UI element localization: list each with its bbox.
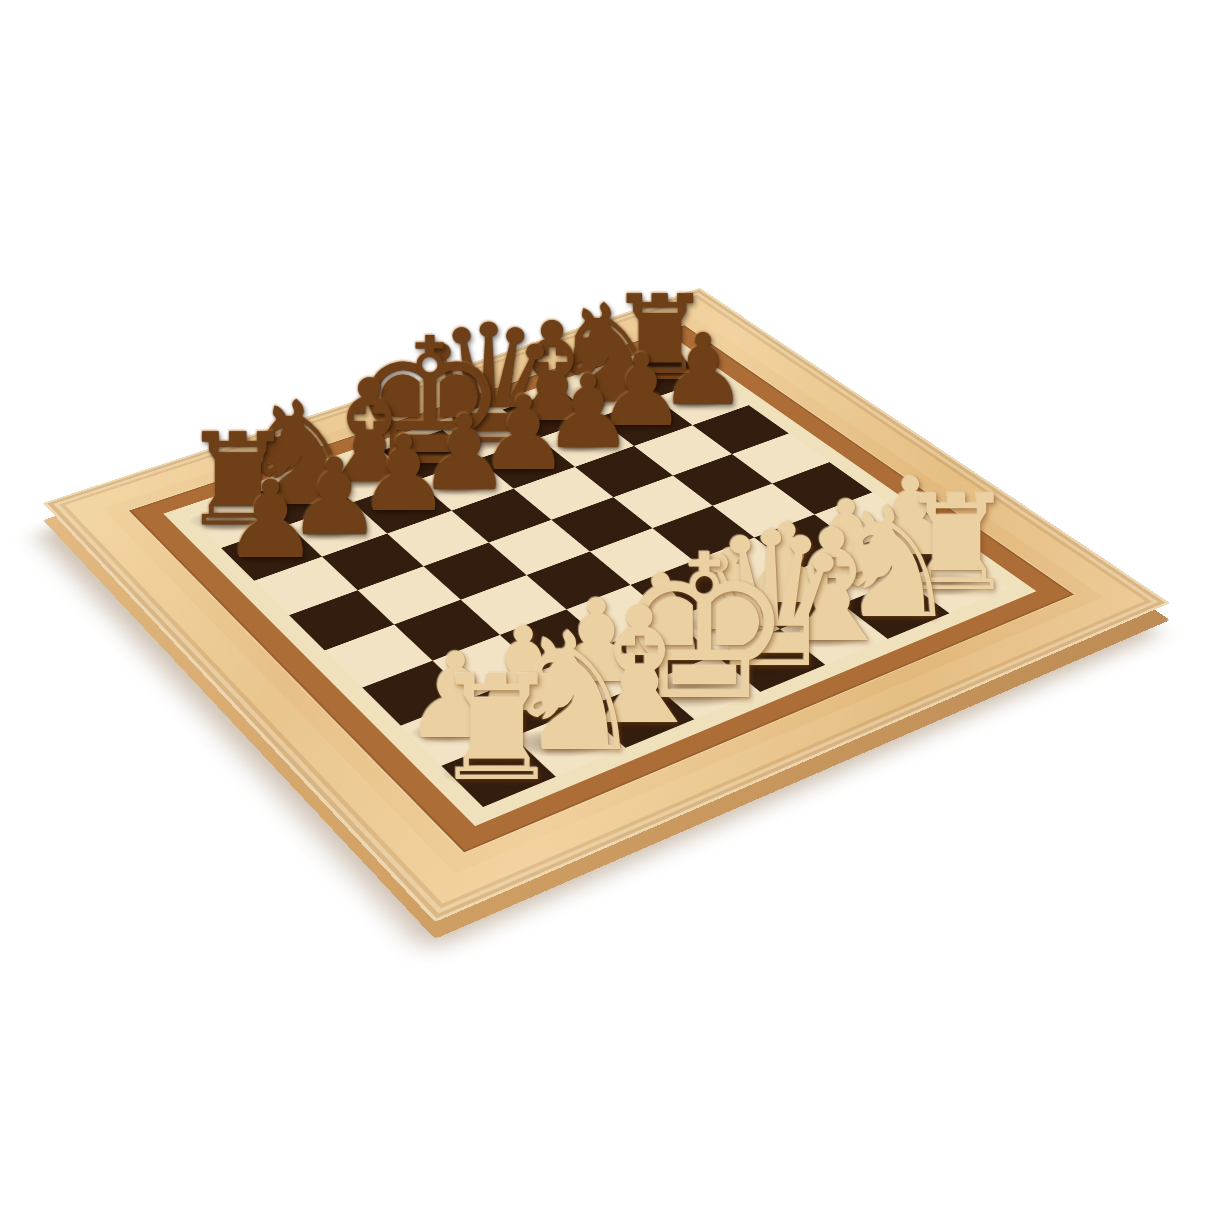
board-frame	[43, 288, 1170, 922]
board-margin	[163, 340, 1036, 826]
chess-set-photo: ♜♞♝♛♚♝♞♜♟♟♟♟♟♟♟♟♟♟♟♟♟♟♟♟♜♞♝♛♚♝♞♜	[0, 0, 1214, 1214]
